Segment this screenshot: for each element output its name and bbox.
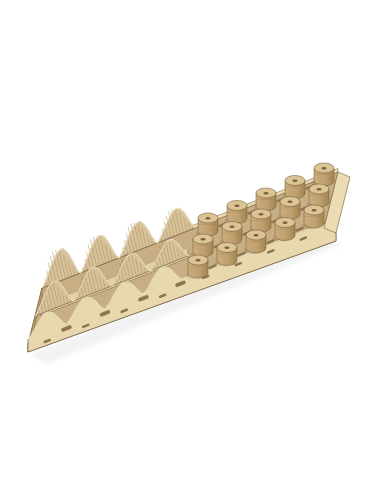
peg-r3c5	[302, 205, 325, 229]
peg-r2c2	[220, 222, 243, 246]
wooden-board-render	[0, 0, 381, 492]
peg-r2c4	[278, 197, 301, 221]
peg-r2c1	[191, 234, 214, 258]
peg-r3c1	[186, 255, 209, 279]
peg-r2c5	[307, 184, 330, 208]
peg-r3c4	[273, 218, 296, 242]
peg-r2c3	[249, 209, 272, 233]
render-canvas	[0, 0, 381, 492]
peg-r1c3	[254, 188, 277, 212]
peg-r3c2	[215, 243, 238, 267]
peg-r1c1	[196, 213, 219, 237]
peg-r1c4	[283, 176, 306, 200]
peg-r1c5	[312, 163, 335, 187]
peg-r1c2	[225, 201, 248, 225]
peg-r3c3	[244, 230, 267, 254]
